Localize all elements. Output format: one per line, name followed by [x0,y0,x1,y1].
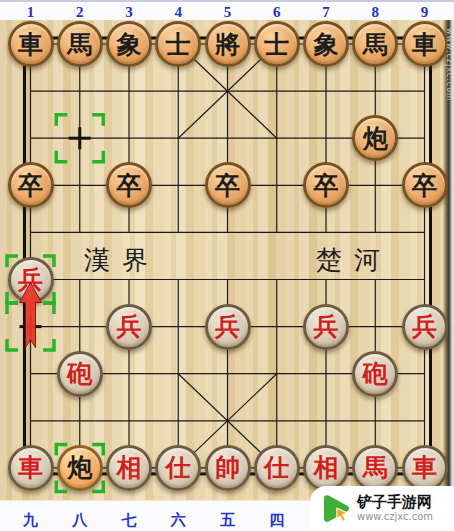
piece-卒-black[interactable]: 卒 [106,162,152,208]
site-badge-text: 铲子手游网 www.czjxc.com [357,494,433,523]
piece-character: 將 [215,32,240,57]
piece-兵-red[interactable]: 兵 [8,257,54,303]
piece-車-red[interactable]: 車 [402,445,448,491]
piece-車-black[interactable]: 車 [402,21,448,67]
piece-character: 卒 [18,173,43,198]
piece-character: 仕 [166,455,191,480]
piece-卒-black[interactable]: 卒 [205,162,251,208]
pieces-layer: 車馬象士將士象馬車炮卒卒卒卒卒兵兵兵兵兵砲砲車炮相仕帥仕相馬車 [0,0,454,531]
vertical-watermark-url: www.czjxc.com [445,28,454,102]
piece-character: 車 [18,32,43,57]
piece-相-red[interactable]: 相 [106,445,152,491]
piece-character: 象 [314,32,339,57]
piece-兵-red[interactable]: 兵 [205,304,251,350]
piece-character: 砲 [363,361,388,386]
piece-character: 馬 [67,32,92,57]
piece-象-black[interactable]: 象 [106,21,152,67]
piece-馬-black[interactable]: 馬 [352,21,398,67]
piece-士-black[interactable]: 士 [155,21,201,67]
piece-卒-black[interactable]: 卒 [303,162,349,208]
piece-character: 兵 [314,314,339,339]
piece-馬-red[interactable]: 馬 [352,445,398,491]
piece-馬-black[interactable]: 馬 [57,21,103,67]
piece-卒-black[interactable]: 卒 [402,162,448,208]
piece-卒-black[interactable]: 卒 [8,162,54,208]
piece-兵-red[interactable]: 兵 [303,304,349,350]
piece-character: 馬 [363,32,388,57]
piece-砲-red[interactable]: 砲 [352,351,398,397]
piece-character: 仕 [264,455,289,480]
play-button-logo-icon [320,493,352,525]
piece-character: 炮 [363,126,388,151]
piece-character: 卒 [412,173,437,198]
piece-character: 士 [166,32,191,57]
piece-車-red[interactable]: 車 [8,445,54,491]
site-url: www.czjxc.com [357,511,433,523]
piece-炮-black[interactable]: 炮 [352,115,398,161]
piece-character: 卒 [314,173,339,198]
piece-象-black[interactable]: 象 [303,21,349,67]
piece-帥-red[interactable]: 帥 [205,445,251,491]
piece-相-red[interactable]: 相 [303,445,349,491]
piece-character: 卒 [117,173,142,198]
piece-character: 車 [18,455,43,480]
piece-character: 兵 [117,314,142,339]
piece-character: 馬 [363,455,388,480]
piece-兵-red[interactable]: 兵 [402,304,448,350]
site-name: 铲子手游网 [357,494,433,511]
piece-兵-red[interactable]: 兵 [106,304,152,350]
piece-將-black[interactable]: 將 [205,21,251,67]
piece-士-black[interactable]: 士 [254,21,300,67]
piece-仕-red[interactable]: 仕 [155,445,201,491]
piece-砲-red[interactable]: 砲 [57,351,103,397]
piece-character: 炮 [67,455,92,480]
piece-炮-black[interactable]: 炮 [57,445,103,491]
piece-character: 車 [412,32,437,57]
piece-character: 卒 [215,173,240,198]
piece-character: 相 [314,455,339,480]
piece-character: 象 [117,32,142,57]
piece-character: 車 [412,455,437,480]
piece-車-black[interactable]: 車 [8,21,54,67]
piece-character: 帥 [215,455,240,480]
piece-character: 兵 [412,314,437,339]
piece-仕-red[interactable]: 仕 [254,445,300,491]
piece-character: 兵 [18,267,43,292]
piece-character: 砲 [67,361,92,386]
piece-character: 兵 [215,314,240,339]
piece-character: 相 [117,455,142,480]
xiangqi-app-screen: 123456789 九八七六五四三二一 漢界 楚河 車馬象士將士象馬車炮卒卒卒卒… [0,0,454,531]
piece-character: 士 [264,32,289,57]
site-watermark-badge[interactable]: 铲子手游网 www.czjxc.com [310,486,454,531]
